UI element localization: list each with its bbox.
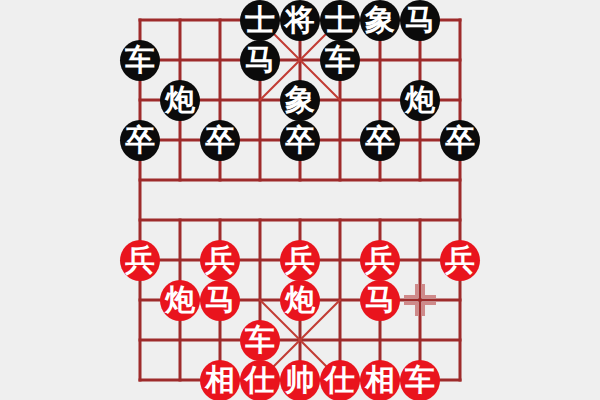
board-cell: 马 [240, 40, 280, 80]
board-cell: 车 [400, 360, 440, 400]
black-cannon[interactable]: 炮 [400, 80, 440, 121]
black-soldier[interactable]: 卒 [440, 120, 480, 161]
black-horse[interactable]: 马 [240, 40, 280, 81]
red-chariot[interactable]: 车 [240, 320, 280, 361]
black-soldier[interactable]: 卒 [120, 120, 160, 161]
board-cell: 炮 [400, 80, 440, 120]
board-cell: 兵 [120, 240, 160, 280]
red-cannon[interactable]: 炮 [160, 280, 200, 321]
board-cell: 车 [320, 40, 360, 80]
board-cell: 卒 [440, 120, 480, 160]
board-cell: 车 [240, 320, 280, 360]
board-cell: 卒 [120, 120, 160, 160]
board-cell [400, 280, 440, 320]
black-advisor[interactable]: 士 [320, 0, 360, 41]
red-soldier[interactable]: 兵 [120, 240, 160, 281]
board-cell: 兵 [360, 240, 400, 280]
black-horse[interactable]: 马 [400, 0, 440, 41]
board-cell: 车 [120, 40, 160, 80]
board-cell: 炮 [160, 280, 200, 320]
board-cell: 兵 [200, 240, 240, 280]
red-elephant[interactable]: 相 [360, 360, 400, 400]
black-chariot[interactable]: 车 [320, 40, 360, 81]
red-cannon[interactable]: 炮 [280, 280, 320, 321]
board-cell: 相 [200, 360, 240, 400]
board-cell: 马 [400, 0, 440, 40]
marker-corner-bl [404, 302, 418, 316]
board-cell: 马 [360, 280, 400, 320]
red-soldier[interactable]: 兵 [200, 240, 240, 281]
board-cell: 兵 [280, 240, 320, 280]
red-advisor[interactable]: 仕 [240, 360, 280, 400]
board-grid: 士将士象马车马车炮象炮卒卒卒卒卒兵兵兵兵兵炮马炮马车相仕帅仕相车 [120, 0, 480, 400]
board-cell: 仕 [320, 360, 360, 400]
board-cell: 兵 [440, 240, 480, 280]
board-cell: 将 [280, 0, 320, 40]
board-cell: 仕 [240, 360, 280, 400]
red-soldier[interactable]: 兵 [280, 240, 320, 281]
marker-corner-tl [404, 284, 418, 298]
board-cell: 相 [360, 360, 400, 400]
red-horse[interactable]: 马 [360, 280, 400, 321]
black-elephant[interactable]: 象 [360, 0, 400, 41]
board-cell: 卒 [280, 120, 320, 160]
board-cell: 帅 [280, 360, 320, 400]
xiangqi-board: 士将士象马车马车炮象炮卒卒卒卒卒兵兵兵兵兵炮马炮马车相仕帅仕相车 [0, 0, 600, 400]
black-elephant[interactable]: 象 [280, 80, 320, 121]
black-general[interactable]: 将 [280, 0, 320, 41]
board-cell: 马 [200, 280, 240, 320]
red-soldier[interactable]: 兵 [360, 240, 400, 281]
board-cell: 卒 [360, 120, 400, 160]
black-advisor[interactable]: 士 [240, 0, 280, 41]
red-soldier[interactable]: 兵 [440, 240, 480, 281]
black-cannon[interactable]: 炮 [160, 80, 200, 121]
black-soldier[interactable]: 卒 [280, 120, 320, 161]
red-horse[interactable]: 马 [200, 280, 240, 321]
black-soldier[interactable]: 卒 [200, 120, 240, 161]
last-move-marker [400, 280, 440, 320]
red-advisor[interactable]: 仕 [320, 360, 360, 400]
board-cell: 象 [280, 80, 320, 120]
board-cell: 士 [320, 0, 360, 40]
board-cell: 炮 [160, 80, 200, 120]
red-elephant[interactable]: 相 [200, 360, 240, 400]
black-soldier[interactable]: 卒 [360, 120, 400, 161]
board-cell: 炮 [280, 280, 320, 320]
marker-corner-tr [422, 284, 436, 298]
red-general[interactable]: 帅 [280, 360, 320, 400]
marker-corner-br [422, 302, 436, 316]
black-chariot[interactable]: 车 [120, 40, 160, 81]
board-cell: 象 [360, 0, 400, 40]
board-cell: 士 [240, 0, 280, 40]
board-cell: 卒 [200, 120, 240, 160]
red-chariot[interactable]: 车 [400, 360, 440, 400]
